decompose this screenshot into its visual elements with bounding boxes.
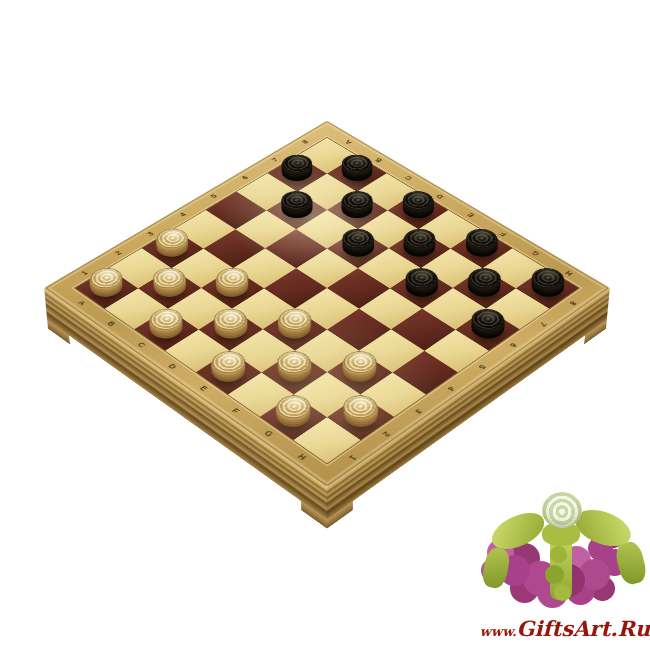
- watermark: www.GiftsArt.Ru: [478, 492, 650, 641]
- label-rank-2-left: 2: [113, 250, 123, 256]
- label-rank-4-left: 4: [178, 212, 187, 218]
- box-foot: [301, 501, 327, 529]
- label-file-h-far: H: [564, 270, 575, 277]
- label-file-g-far: G: [530, 250, 541, 257]
- label-file-d-near: D: [166, 363, 177, 371]
- label-file-c-near: C: [136, 341, 147, 348]
- label-file-h-near: H: [296, 453, 308, 461]
- white-piece-c1[interactable]: [144, 314, 190, 344]
- label-rank-6-left: 6: [240, 175, 249, 181]
- label-rank-6-right: 6: [508, 342, 518, 349]
- label-rank-5-right: 5: [477, 363, 487, 370]
- white-piece-c3[interactable]: [210, 274, 255, 303]
- label-rank-3-left: 3: [146, 231, 156, 237]
- ribbon-left: [480, 546, 512, 590]
- label-file-f-near: F: [230, 407, 241, 414]
- label-rank-2-right: 2: [380, 430, 391, 437]
- label-file-b-far: B: [373, 157, 383, 163]
- label-rank-1-right: 1: [347, 454, 358, 461]
- label-rank-5-left: 5: [210, 193, 219, 199]
- black-piece-f6[interactable]: [399, 274, 444, 303]
- board-grid: [75, 138, 578, 464]
- label-rank-7-right: 7: [538, 321, 548, 328]
- ribbon-right: [613, 539, 648, 586]
- label-file-a-near: A: [76, 300, 87, 307]
- label-file-e-near: E: [198, 385, 209, 392]
- label-file-c-far: C: [404, 175, 414, 181]
- label-rank-4-right: 4: [445, 385, 455, 392]
- rose-flower: [542, 492, 582, 528]
- label-file-e-far: E: [466, 212, 476, 218]
- label-rank-8-right: 8: [567, 300, 577, 306]
- label-file-d-far: D: [435, 193, 445, 199]
- watermark-text: www.GiftsArt.Ru: [478, 616, 650, 641]
- box-foot: [327, 501, 353, 529]
- label-rank-3-right: 3: [413, 407, 424, 414]
- label-rank-7-left: 7: [271, 157, 280, 163]
- label-file-b-near: B: [105, 320, 116, 327]
- label-rank-8-left: 8: [301, 139, 310, 145]
- flower-bouquet-decoration: [478, 492, 650, 614]
- white-piece-b2[interactable]: [147, 274, 192, 303]
- label-rank-1-left: 1: [80, 270, 90, 276]
- checkers-board-box: AA11BB22CC33DD44EE55FF66GG77HH88: [44, 121, 610, 487]
- green-button-flowers: [478, 492, 479, 493]
- box-foot: [584, 320, 607, 345]
- label-file-a-far: A: [344, 139, 354, 145]
- watermark-site: GiftsArt.Ru: [517, 616, 650, 641]
- watermark-prefix: www.: [480, 624, 517, 639]
- label-file-g-near: G: [262, 430, 274, 438]
- box-foot: [47, 320, 70, 345]
- label-file-f-far: F: [498, 231, 508, 237]
